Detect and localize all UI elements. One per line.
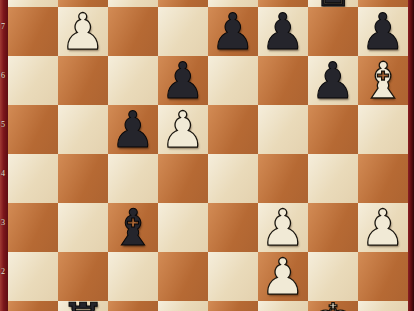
square-b7[interactable]: ♟ [58, 7, 108, 56]
square-f1[interactable] [258, 301, 308, 311]
chess-board: ♚♟♟♟♟♟♟♝♟♟♝♟♟♟♜♚ [8, 0, 408, 311]
square-b3[interactable] [58, 203, 108, 252]
rank-label-6: 6 [1, 72, 5, 80]
square-e2[interactable] [208, 252, 258, 301]
square-f7[interactable]: ♟ [258, 7, 308, 56]
black-pawn-e7[interactable]: ♟ [208, 7, 258, 56]
square-g4[interactable] [308, 154, 358, 203]
square-b5[interactable] [58, 105, 108, 154]
white-pawn-d5[interactable]: ♟ [158, 105, 208, 154]
square-d4[interactable] [158, 154, 208, 203]
black-rook-b1[interactable]: ♜ [58, 301, 108, 311]
square-c8[interactable] [108, 0, 158, 7]
square-b8[interactable] [58, 0, 108, 7]
black-bishop-c3[interactable]: ♝ [108, 203, 158, 252]
square-a1[interactable] [8, 301, 58, 311]
white-king-g1[interactable]: ♚ [308, 301, 358, 311]
square-a3[interactable] [8, 203, 58, 252]
square-f8[interactable] [258, 0, 308, 7]
square-g2[interactable] [308, 252, 358, 301]
rank-label-4: 4 [1, 170, 5, 178]
square-g3[interactable] [308, 203, 358, 252]
white-pawn-h3[interactable]: ♟ [358, 203, 408, 252]
black-pawn-g6[interactable]: ♟ [308, 56, 358, 105]
square-h5[interactable] [358, 105, 408, 154]
square-h6[interactable]: ♝ [358, 56, 408, 105]
square-d3[interactable] [158, 203, 208, 252]
square-g7[interactable] [308, 7, 358, 56]
square-c7[interactable] [108, 7, 158, 56]
square-d8[interactable] [158, 0, 208, 7]
square-f4[interactable] [258, 154, 308, 203]
black-pawn-h7[interactable]: ♟ [358, 7, 408, 56]
square-d6[interactable]: ♟ [158, 56, 208, 105]
square-c6[interactable] [108, 56, 158, 105]
square-c1[interactable] [108, 301, 158, 311]
square-b4[interactable] [58, 154, 108, 203]
square-d7[interactable] [158, 7, 208, 56]
square-e6[interactable] [208, 56, 258, 105]
square-h2[interactable] [358, 252, 408, 301]
square-e1[interactable] [208, 301, 258, 311]
square-g5[interactable] [308, 105, 358, 154]
square-a6[interactable] [8, 56, 58, 105]
square-e4[interactable] [208, 154, 258, 203]
square-e7[interactable]: ♟ [208, 7, 258, 56]
square-b1[interactable]: ♜ [58, 301, 108, 311]
square-a5[interactable] [8, 105, 58, 154]
rank-label-3: 3 [1, 219, 5, 227]
white-pawn-b7[interactable]: ♟ [58, 7, 108, 56]
square-c4[interactable] [108, 154, 158, 203]
black-pawn-c5[interactable]: ♟ [108, 105, 158, 154]
square-g1[interactable]: ♚ [308, 301, 358, 311]
black-pawn-d6[interactable]: ♟ [158, 56, 208, 105]
black-king-g8[interactable]: ♚ [308, 0, 358, 7]
black-pawn-f7[interactable]: ♟ [258, 7, 308, 56]
square-g6[interactable]: ♟ [308, 56, 358, 105]
board-border-left: 765432 [0, 0, 8, 311]
square-c3[interactable]: ♝ [108, 203, 158, 252]
white-pawn-f2[interactable]: ♟ [258, 252, 308, 301]
square-h1[interactable] [358, 301, 408, 311]
rank-label-2: 2 [1, 268, 5, 276]
chess-position-screenshot: 765432 ♚♟♟♟♟♟♟♝♟♟♝♟♟♟♜♚ [0, 0, 414, 311]
board-border-right [408, 0, 414, 311]
square-c5[interactable]: ♟ [108, 105, 158, 154]
square-h4[interactable] [358, 154, 408, 203]
square-b2[interactable] [58, 252, 108, 301]
square-b6[interactable] [58, 56, 108, 105]
rank-label-7: 7 [1, 23, 5, 31]
square-a2[interactable] [8, 252, 58, 301]
square-a8[interactable] [8, 0, 58, 7]
square-c2[interactable] [108, 252, 158, 301]
square-e8[interactable] [208, 0, 258, 7]
square-f2[interactable]: ♟ [258, 252, 308, 301]
square-a4[interactable] [8, 154, 58, 203]
white-bishop-h6[interactable]: ♝ [358, 56, 408, 105]
square-d2[interactable] [158, 252, 208, 301]
square-a7[interactable] [8, 7, 58, 56]
square-e5[interactable] [208, 105, 258, 154]
square-f3[interactable]: ♟ [258, 203, 308, 252]
square-g8[interactable]: ♚ [308, 0, 358, 7]
square-d1[interactable] [158, 301, 208, 311]
square-h3[interactable]: ♟ [358, 203, 408, 252]
square-f6[interactable] [258, 56, 308, 105]
square-e3[interactable] [208, 203, 258, 252]
square-f5[interactable] [258, 105, 308, 154]
white-pawn-f3[interactable]: ♟ [258, 203, 308, 252]
rank-label-5: 5 [1, 121, 5, 129]
square-h8[interactable] [358, 0, 408, 7]
square-h7[interactable]: ♟ [358, 7, 408, 56]
square-d5[interactable]: ♟ [158, 105, 208, 154]
